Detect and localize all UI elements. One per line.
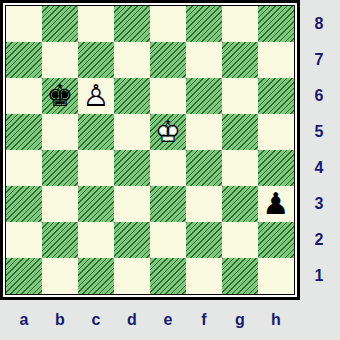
square-d5[interactable]	[114, 114, 150, 150]
rank-label-7: 7	[302, 42, 336, 78]
rank-label-2: 2	[302, 222, 336, 258]
square-e2[interactable]	[150, 222, 186, 258]
file-label-f: f	[186, 302, 222, 338]
black-king-b6[interactable]: ♚	[47, 81, 74, 111]
white-pawn-c6[interactable]: ♟♙	[83, 81, 110, 111]
square-c7[interactable]	[78, 42, 114, 78]
square-e8[interactable]	[150, 6, 186, 42]
square-e5[interactable]: ♚♔	[150, 114, 186, 150]
rank-label-1: 1	[302, 258, 336, 294]
square-f1[interactable]	[186, 258, 222, 294]
square-a3[interactable]	[6, 186, 42, 222]
square-h7[interactable]	[258, 42, 294, 78]
white-king-e5[interactable]: ♚♔	[155, 117, 182, 147]
square-g6[interactable]	[222, 78, 258, 114]
square-f6[interactable]	[186, 78, 222, 114]
square-c4[interactable]	[78, 150, 114, 186]
rank-labels: 87654321	[302, 6, 336, 294]
square-b2[interactable]	[42, 222, 78, 258]
square-c1[interactable]	[78, 258, 114, 294]
square-d2[interactable]	[114, 222, 150, 258]
square-b5[interactable]	[42, 114, 78, 150]
rank-label-5: 5	[302, 114, 336, 150]
square-h5[interactable]	[258, 114, 294, 150]
file-label-h: h	[258, 302, 294, 338]
square-d8[interactable]	[114, 6, 150, 42]
square-g2[interactable]	[222, 222, 258, 258]
square-a2[interactable]	[6, 222, 42, 258]
square-b4[interactable]	[42, 150, 78, 186]
square-a7[interactable]	[6, 42, 42, 78]
chess-board-frame: ♚♟♙♚♔♟	[0, 0, 300, 300]
square-g4[interactable]	[222, 150, 258, 186]
rank-label-8: 8	[302, 6, 336, 42]
square-e3[interactable]	[150, 186, 186, 222]
square-f8[interactable]	[186, 6, 222, 42]
chess-board: ♚♟♙♚♔♟	[5, 5, 295, 295]
white-king-outline-glyph: ♔	[155, 117, 182, 147]
rank-label-4: 4	[302, 150, 336, 186]
square-a5[interactable]	[6, 114, 42, 150]
square-g7[interactable]	[222, 42, 258, 78]
square-d6[interactable]	[114, 78, 150, 114]
square-d4[interactable]	[114, 150, 150, 186]
square-d7[interactable]	[114, 42, 150, 78]
square-f3[interactable]	[186, 186, 222, 222]
square-d3[interactable]	[114, 186, 150, 222]
square-h4[interactable]	[258, 150, 294, 186]
square-f7[interactable]	[186, 42, 222, 78]
square-d1[interactable]	[114, 258, 150, 294]
square-f4[interactable]	[186, 150, 222, 186]
file-label-g: g	[222, 302, 258, 338]
square-c3[interactable]	[78, 186, 114, 222]
square-c8[interactable]	[78, 6, 114, 42]
black-pawn-h3[interactable]: ♟	[263, 189, 290, 219]
square-a1[interactable]	[6, 258, 42, 294]
square-h2[interactable]	[258, 222, 294, 258]
file-label-e: e	[150, 302, 186, 338]
square-b8[interactable]	[42, 6, 78, 42]
file-label-b: b	[42, 302, 78, 338]
white-pawn-outline-glyph: ♙	[83, 81, 110, 111]
square-g5[interactable]	[222, 114, 258, 150]
square-h3[interactable]: ♟	[258, 186, 294, 222]
square-b7[interactable]	[42, 42, 78, 78]
square-g8[interactable]	[222, 6, 258, 42]
square-a4[interactable]	[6, 150, 42, 186]
square-c2[interactable]	[78, 222, 114, 258]
file-label-a: a	[6, 302, 42, 338]
square-e1[interactable]	[150, 258, 186, 294]
file-label-c: c	[78, 302, 114, 338]
square-e4[interactable]	[150, 150, 186, 186]
square-a6[interactable]	[6, 78, 42, 114]
square-c6[interactable]: ♟♙	[78, 78, 114, 114]
square-e7[interactable]	[150, 42, 186, 78]
rank-label-6: 6	[302, 78, 336, 114]
file-label-d: d	[114, 302, 150, 338]
square-g3[interactable]	[222, 186, 258, 222]
square-c5[interactable]	[78, 114, 114, 150]
square-b3[interactable]	[42, 186, 78, 222]
square-h6[interactable]	[258, 78, 294, 114]
square-f2[interactable]	[186, 222, 222, 258]
rank-label-3: 3	[302, 186, 336, 222]
square-g1[interactable]	[222, 258, 258, 294]
square-b1[interactable]	[42, 258, 78, 294]
square-h1[interactable]	[258, 258, 294, 294]
square-h8[interactable]	[258, 6, 294, 42]
file-labels: abcdefgh	[6, 302, 294, 338]
square-e6[interactable]	[150, 78, 186, 114]
square-a8[interactable]	[6, 6, 42, 42]
square-f5[interactable]	[186, 114, 222, 150]
square-b6[interactable]: ♚	[42, 78, 78, 114]
